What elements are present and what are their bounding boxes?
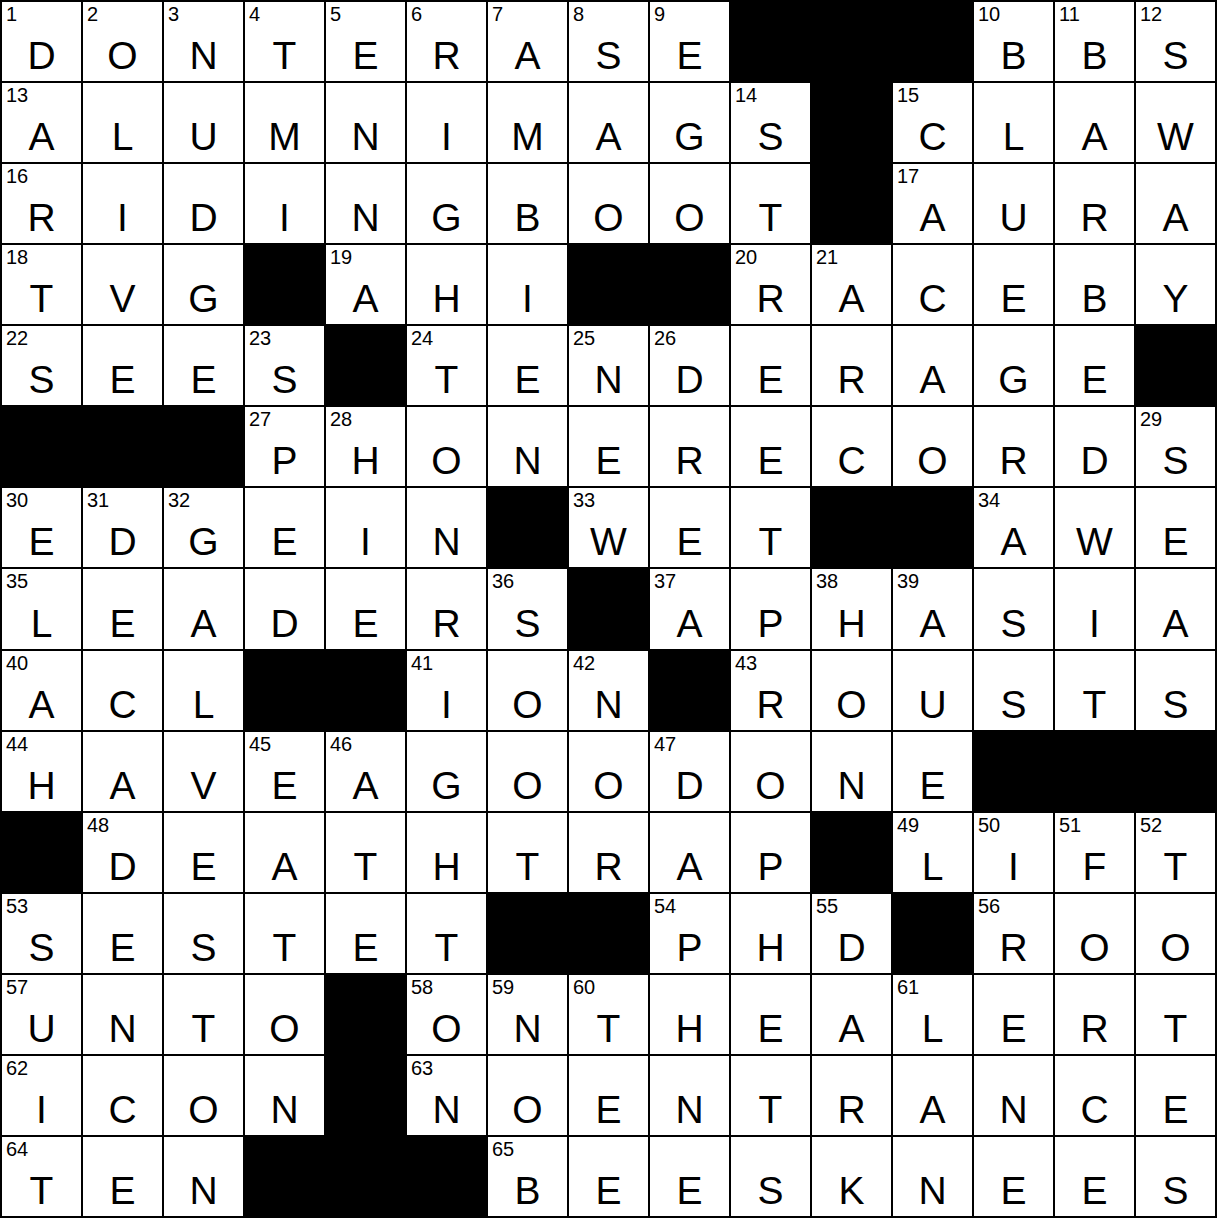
clue-number: 32 bbox=[168, 489, 190, 512]
cell-r8c3[interactable]: A bbox=[164, 569, 243, 648]
cell-r2c14[interactable]: A bbox=[1055, 83, 1134, 162]
cell-letter: A bbox=[650, 604, 729, 643]
cell-r12c15[interactable]: O bbox=[1136, 894, 1215, 973]
cell-r5c1[interactable]: 22S bbox=[2, 326, 81, 405]
cell-r8c14[interactable]: I bbox=[1055, 569, 1134, 648]
cell-letter: E bbox=[650, 522, 729, 561]
cell-r7c14[interactable]: W bbox=[1055, 488, 1134, 567]
block-r3c11 bbox=[812, 164, 891, 243]
cell-r1c1[interactable]: 1D bbox=[2, 2, 81, 81]
cell-r3c12[interactable]: 17A bbox=[893, 164, 972, 243]
cell-r15c13[interactable]: E bbox=[974, 1137, 1053, 1216]
clue-number: 19 bbox=[330, 246, 352, 269]
cell-letter: A bbox=[812, 1009, 891, 1048]
cell-r6c7[interactable]: N bbox=[488, 407, 567, 486]
cell-r13c12[interactable]: 61L bbox=[893, 975, 972, 1054]
cell-letter: N bbox=[245, 1090, 324, 1129]
cell-letter: O bbox=[407, 1009, 486, 1048]
cell-r9c13[interactable]: S bbox=[974, 651, 1053, 730]
cell-r3c13[interactable]: U bbox=[974, 164, 1053, 243]
cell-r10c9[interactable]: 47D bbox=[650, 732, 729, 811]
cell-r14c4[interactable]: N bbox=[245, 1056, 324, 1135]
cell-letter: T bbox=[2, 1171, 81, 1210]
cell-r7c3[interactable]: 32G bbox=[164, 488, 243, 567]
clue-number: 18 bbox=[6, 246, 28, 269]
clue-number: 46 bbox=[330, 733, 352, 756]
cell-r2c9[interactable]: G bbox=[650, 83, 729, 162]
cell-r7c13[interactable]: 34A bbox=[974, 488, 1053, 567]
cell-r1c15[interactable]: 12S bbox=[1136, 2, 1215, 81]
block-r8c8 bbox=[569, 569, 648, 648]
cell-r15c15[interactable]: S bbox=[1136, 1137, 1215, 1216]
cell-r2c3[interactable]: U bbox=[164, 83, 243, 162]
cell-letter: E bbox=[83, 928, 162, 967]
cell-r10c8[interactable]: O bbox=[569, 732, 648, 811]
cell-letter: S bbox=[1136, 1171, 1215, 1210]
clue-number: 25 bbox=[573, 327, 595, 350]
cell-r11c3[interactable]: E bbox=[164, 813, 243, 892]
cell-r5c6[interactable]: 24T bbox=[407, 326, 486, 405]
cell-letter: M bbox=[488, 117, 567, 156]
cell-r2c12[interactable]: 15C bbox=[893, 83, 972, 162]
cell-r15c2[interactable]: E bbox=[83, 1137, 162, 1216]
cell-r14c13[interactable]: N bbox=[974, 1056, 1053, 1135]
cell-r7c15[interactable]: E bbox=[1136, 488, 1215, 567]
cell-r9c12[interactable]: U bbox=[893, 651, 972, 730]
cell-r2c6[interactable]: I bbox=[407, 83, 486, 162]
cell-r1c2[interactable]: 2O bbox=[83, 2, 162, 81]
cell-letter: D bbox=[164, 198, 243, 237]
cell-letter: S bbox=[1136, 685, 1215, 724]
cell-letter: E bbox=[164, 847, 243, 886]
cell-r6c13[interactable]: R bbox=[974, 407, 1053, 486]
cell-r10c10[interactable]: O bbox=[731, 732, 810, 811]
cell-letter: G bbox=[164, 279, 243, 318]
cell-r7c8[interactable]: 33W bbox=[569, 488, 648, 567]
cell-r12c10[interactable]: H bbox=[731, 894, 810, 973]
cell-r13c6[interactable]: 58O bbox=[407, 975, 486, 1054]
cell-letter: W bbox=[1055, 522, 1134, 561]
cell-r14c15[interactable]: E bbox=[1136, 1056, 1215, 1135]
cell-r10c4[interactable]: 45E bbox=[245, 732, 324, 811]
cell-r11c13[interactable]: 50I bbox=[974, 813, 1053, 892]
cell-letter: R bbox=[650, 441, 729, 480]
cell-letter: H bbox=[650, 1009, 729, 1048]
cell-letter: L bbox=[974, 117, 1053, 156]
cell-r8c6[interactable]: R bbox=[407, 569, 486, 648]
cell-letter: E bbox=[893, 766, 972, 805]
cell-letter: O bbox=[83, 36, 162, 75]
cell-r12c1[interactable]: 53S bbox=[2, 894, 81, 973]
cell-r11c7[interactable]: T bbox=[488, 813, 567, 892]
cell-letter: C bbox=[83, 1090, 162, 1129]
cell-r1c14[interactable]: 11B bbox=[1055, 2, 1134, 81]
cell-letter: N bbox=[83, 1009, 162, 1048]
clue-number: 30 bbox=[6, 489, 28, 512]
cell-r9c6[interactable]: 41I bbox=[407, 651, 486, 730]
cell-letter: B bbox=[974, 36, 1053, 75]
cell-r6c10[interactable]: E bbox=[731, 407, 810, 486]
cell-r14c9[interactable]: N bbox=[650, 1056, 729, 1135]
block-r15c4 bbox=[245, 1137, 324, 1216]
cell-r5c11[interactable]: R bbox=[812, 326, 891, 405]
cell-r10c3[interactable]: V bbox=[164, 732, 243, 811]
cell-r4c6[interactable]: H bbox=[407, 245, 486, 324]
cell-letter: T bbox=[407, 360, 486, 399]
cell-r8c10[interactable]: P bbox=[731, 569, 810, 648]
cell-r10c7[interactable]: O bbox=[488, 732, 567, 811]
cell-r5c13[interactable]: G bbox=[974, 326, 1053, 405]
clue-number: 12 bbox=[1140, 3, 1162, 26]
cell-letter: O bbox=[1136, 928, 1215, 967]
cell-r2c2[interactable]: L bbox=[83, 83, 162, 162]
cell-r3c10[interactable]: T bbox=[731, 164, 810, 243]
cell-letter: T bbox=[1055, 685, 1134, 724]
cell-r3c9[interactable]: O bbox=[650, 164, 729, 243]
cell-r6c8[interactable]: E bbox=[569, 407, 648, 486]
cell-r4c13[interactable]: E bbox=[974, 245, 1053, 324]
cell-letter: T bbox=[2, 279, 81, 318]
cell-r1c7[interactable]: 7A bbox=[488, 2, 567, 81]
cell-r2c13[interactable]: L bbox=[974, 83, 1053, 162]
cell-letter: T bbox=[1136, 1009, 1215, 1048]
clue-number: 21 bbox=[816, 246, 838, 269]
cell-letter: V bbox=[83, 279, 162, 318]
cell-r4c3[interactable]: G bbox=[164, 245, 243, 324]
cell-r14c6[interactable]: 63N bbox=[407, 1056, 486, 1135]
cell-r7c1[interactable]: 30E bbox=[2, 488, 81, 567]
cell-r1c4[interactable]: 4T bbox=[245, 2, 324, 81]
cell-r13c8[interactable]: 60T bbox=[569, 975, 648, 1054]
clue-number: 37 bbox=[654, 570, 676, 593]
cell-r2c1[interactable]: 13A bbox=[2, 83, 81, 162]
cell-letter: E bbox=[731, 441, 810, 480]
cell-r2c15[interactable]: W bbox=[1136, 83, 1215, 162]
block-r7c11 bbox=[812, 488, 891, 567]
cell-r13c13[interactable]: E bbox=[974, 975, 1053, 1054]
cell-r11c8[interactable]: R bbox=[569, 813, 648, 892]
cell-letter: A bbox=[893, 198, 972, 237]
cell-r8c1[interactable]: 35L bbox=[2, 569, 81, 648]
cell-r15c11[interactable]: K bbox=[812, 1137, 891, 1216]
cell-letter: N bbox=[974, 1090, 1053, 1129]
cell-r1c6[interactable]: 6R bbox=[407, 2, 486, 81]
clue-number: 47 bbox=[654, 733, 676, 756]
cell-r7c9[interactable]: E bbox=[650, 488, 729, 567]
cell-r6c6[interactable]: O bbox=[407, 407, 486, 486]
cell-r9c1[interactable]: 40A bbox=[2, 651, 81, 730]
cell-letter: S bbox=[164, 928, 243, 967]
cell-r6c5[interactable]: 28H bbox=[326, 407, 405, 486]
cell-letter: E bbox=[326, 36, 405, 75]
cell-r10c6[interactable]: G bbox=[407, 732, 486, 811]
cell-letter: E bbox=[245, 522, 324, 561]
cell-r14c12[interactable]: A bbox=[893, 1056, 972, 1135]
cell-r3c1[interactable]: 16R bbox=[2, 164, 81, 243]
cell-letter: R bbox=[2, 198, 81, 237]
cell-r4c10[interactable]: 20R bbox=[731, 245, 810, 324]
cell-letter: B bbox=[488, 198, 567, 237]
cell-r9c7[interactable]: O bbox=[488, 651, 567, 730]
clue-number: 2 bbox=[87, 3, 98, 26]
clue-number: 14 bbox=[735, 84, 757, 107]
cell-r5c14[interactable]: E bbox=[1055, 326, 1134, 405]
cell-r9c14[interactable]: T bbox=[1055, 651, 1134, 730]
cell-r13c2[interactable]: N bbox=[83, 975, 162, 1054]
cell-letter: U bbox=[893, 685, 972, 724]
clue-number: 15 bbox=[897, 84, 919, 107]
cell-r8c15[interactable]: A bbox=[1136, 569, 1215, 648]
cell-r5c7[interactable]: E bbox=[488, 326, 567, 405]
cell-r5c3[interactable]: E bbox=[164, 326, 243, 405]
cell-letter: T bbox=[731, 198, 810, 237]
cell-r14c11[interactable]: R bbox=[812, 1056, 891, 1135]
cell-r6c4[interactable]: 27P bbox=[245, 407, 324, 486]
cell-r11c2[interactable]: 48D bbox=[83, 813, 162, 892]
cell-r3c5[interactable]: N bbox=[326, 164, 405, 243]
cell-r15c10[interactable]: S bbox=[731, 1137, 810, 1216]
cell-r12c6[interactable]: T bbox=[407, 894, 486, 973]
clue-number: 51 bbox=[1059, 814, 1081, 837]
clue-number: 29 bbox=[1140, 408, 1162, 431]
cell-r15c8[interactable]: E bbox=[569, 1137, 648, 1216]
cell-r2c5[interactable]: N bbox=[326, 83, 405, 162]
cell-r4c15[interactable]: Y bbox=[1136, 245, 1215, 324]
cell-letter: S bbox=[2, 360, 81, 399]
cell-r6c15[interactable]: 29S bbox=[1136, 407, 1215, 486]
cell-letter: G bbox=[407, 198, 486, 237]
cell-r14c8[interactable]: E bbox=[569, 1056, 648, 1135]
cell-r12c2[interactable]: E bbox=[83, 894, 162, 973]
block-r6c1 bbox=[2, 407, 81, 486]
block-r6c3 bbox=[164, 407, 243, 486]
cell-r12c13[interactable]: 56R bbox=[974, 894, 1053, 973]
cell-r3c15[interactable]: A bbox=[1136, 164, 1215, 243]
cell-r2c10[interactable]: 14S bbox=[731, 83, 810, 162]
cell-r12c11[interactable]: 55D bbox=[812, 894, 891, 973]
cell-r1c13[interactable]: 10B bbox=[974, 2, 1053, 81]
cell-r8c7[interactable]: 36S bbox=[488, 569, 567, 648]
cell-letter: S bbox=[731, 1171, 810, 1210]
cell-r11c5[interactable]: T bbox=[326, 813, 405, 892]
cell-r11c9[interactable]: A bbox=[650, 813, 729, 892]
cell-r3c8[interactable]: O bbox=[569, 164, 648, 243]
cell-r8c4[interactable]: D bbox=[245, 569, 324, 648]
cell-r12c9[interactable]: 54P bbox=[650, 894, 729, 973]
cell-r10c12[interactable]: E bbox=[893, 732, 972, 811]
cell-r13c11[interactable]: A bbox=[812, 975, 891, 1054]
cell-r6c14[interactable]: D bbox=[1055, 407, 1134, 486]
cell-r10c1[interactable]: 44H bbox=[2, 732, 81, 811]
cell-r14c2[interactable]: C bbox=[83, 1056, 162, 1135]
cell-r15c14[interactable]: E bbox=[1055, 1137, 1134, 1216]
clue-number: 60 bbox=[573, 976, 595, 999]
cell-r5c8[interactable]: 25N bbox=[569, 326, 648, 405]
cell-r8c5[interactable]: E bbox=[326, 569, 405, 648]
cell-r11c14[interactable]: 51F bbox=[1055, 813, 1134, 892]
cell-r4c2[interactable]: V bbox=[83, 245, 162, 324]
cell-letter: T bbox=[245, 36, 324, 75]
clue-number: 31 bbox=[87, 489, 109, 512]
cell-r13c7[interactable]: 59N bbox=[488, 975, 567, 1054]
cell-r3c6[interactable]: G bbox=[407, 164, 486, 243]
cell-r15c9[interactable]: E bbox=[650, 1137, 729, 1216]
cell-letter: S bbox=[488, 604, 567, 643]
cell-r13c3[interactable]: T bbox=[164, 975, 243, 1054]
cell-letter: I bbox=[407, 685, 486, 724]
cell-r15c12[interactable]: N bbox=[893, 1137, 972, 1216]
cell-r5c9[interactable]: 26D bbox=[650, 326, 729, 405]
cell-r14c1[interactable]: 62I bbox=[2, 1056, 81, 1135]
cell-r9c2[interactable]: C bbox=[83, 651, 162, 730]
cell-r9c8[interactable]: 42N bbox=[569, 651, 648, 730]
cell-r11c6[interactable]: H bbox=[407, 813, 486, 892]
cell-letter: A bbox=[812, 279, 891, 318]
cell-r10c2[interactable]: A bbox=[83, 732, 162, 811]
cell-letter: N bbox=[488, 441, 567, 480]
cell-r3c3[interactable]: D bbox=[164, 164, 243, 243]
clue-number: 59 bbox=[492, 976, 514, 999]
cell-letter: D bbox=[1055, 441, 1134, 480]
cell-r5c12[interactable]: A bbox=[893, 326, 972, 405]
cell-letter: D bbox=[245, 604, 324, 643]
cell-r3c14[interactable]: R bbox=[1055, 164, 1134, 243]
cell-r4c11[interactable]: 21A bbox=[812, 245, 891, 324]
cell-letter: O bbox=[569, 766, 648, 805]
cell-r11c4[interactable]: A bbox=[245, 813, 324, 892]
cell-r15c1[interactable]: 64T bbox=[2, 1137, 81, 1216]
cell-letter: N bbox=[407, 1090, 486, 1129]
cell-letter: D bbox=[650, 766, 729, 805]
cell-r13c14[interactable]: R bbox=[1055, 975, 1134, 1054]
cell-r5c10[interactable]: E bbox=[731, 326, 810, 405]
clue-number: 64 bbox=[6, 1138, 28, 1161]
cell-r8c11[interactable]: 38H bbox=[812, 569, 891, 648]
cell-r7c6[interactable]: N bbox=[407, 488, 486, 567]
cell-r10c5[interactable]: 46A bbox=[326, 732, 405, 811]
cell-r1c8[interactable]: 8S bbox=[569, 2, 648, 81]
clue-number: 35 bbox=[6, 570, 28, 593]
cell-r2c8[interactable]: A bbox=[569, 83, 648, 162]
cell-letter: E bbox=[83, 360, 162, 399]
block-r5c15 bbox=[1136, 326, 1215, 405]
cell-r5c4[interactable]: 23S bbox=[245, 326, 324, 405]
cell-letter: S bbox=[974, 685, 1053, 724]
cell-letter: W bbox=[569, 522, 648, 561]
cell-r4c12[interactable]: C bbox=[893, 245, 972, 324]
cell-r8c12[interactable]: 39A bbox=[893, 569, 972, 648]
cell-r4c7[interactable]: I bbox=[488, 245, 567, 324]
cell-r10c11[interactable]: N bbox=[812, 732, 891, 811]
cell-letter: E bbox=[650, 36, 729, 75]
cell-letter: H bbox=[731, 928, 810, 967]
cell-r3c7[interactable]: B bbox=[488, 164, 567, 243]
cell-r4c1[interactable]: 18T bbox=[2, 245, 81, 324]
cell-r11c12[interactable]: 49L bbox=[893, 813, 972, 892]
cell-r6c9[interactable]: R bbox=[650, 407, 729, 486]
cell-r3c2[interactable]: I bbox=[83, 164, 162, 243]
cell-r14c10[interactable]: T bbox=[731, 1056, 810, 1135]
cell-letter: B bbox=[1055, 36, 1134, 75]
cell-r12c4[interactable]: T bbox=[245, 894, 324, 973]
cell-r4c14[interactable]: B bbox=[1055, 245, 1134, 324]
clue-number: 3 bbox=[168, 3, 179, 26]
cell-r8c9[interactable]: 37A bbox=[650, 569, 729, 648]
cell-r9c15[interactable]: S bbox=[1136, 651, 1215, 730]
cell-letter: S bbox=[245, 360, 324, 399]
cell-letter: I bbox=[488, 279, 567, 318]
clue-number: 23 bbox=[249, 327, 271, 350]
cell-r13c15[interactable]: T bbox=[1136, 975, 1215, 1054]
clue-number: 61 bbox=[897, 976, 919, 999]
cell-r3c4[interactable]: I bbox=[245, 164, 324, 243]
cell-r7c5[interactable]: I bbox=[326, 488, 405, 567]
cell-letter: B bbox=[488, 1171, 567, 1210]
cell-letter: G bbox=[650, 117, 729, 156]
cell-letter: N bbox=[569, 360, 648, 399]
cell-r7c10[interactable]: T bbox=[731, 488, 810, 567]
cell-letter: U bbox=[974, 198, 1053, 237]
clue-number: 50 bbox=[978, 814, 1000, 837]
cell-r12c14[interactable]: O bbox=[1055, 894, 1134, 973]
cell-r9c10[interactable]: 43R bbox=[731, 651, 810, 730]
cell-r8c13[interactable]: S bbox=[974, 569, 1053, 648]
cell-letter: T bbox=[407, 928, 486, 967]
cell-r6c11[interactable]: C bbox=[812, 407, 891, 486]
cell-letter: E bbox=[1055, 360, 1134, 399]
cell-r12c5[interactable]: E bbox=[326, 894, 405, 973]
cell-r8c2[interactable]: E bbox=[83, 569, 162, 648]
cell-letter: T bbox=[731, 522, 810, 561]
clue-number: 9 bbox=[654, 3, 665, 26]
cell-letter: F bbox=[1055, 847, 1134, 886]
cell-letter: V bbox=[164, 766, 243, 805]
cell-r14c7[interactable]: O bbox=[488, 1056, 567, 1135]
cell-r6c12[interactable]: O bbox=[893, 407, 972, 486]
cell-r13c9[interactable]: H bbox=[650, 975, 729, 1054]
block-r12c7 bbox=[488, 894, 567, 973]
cell-r1c3[interactable]: 3N bbox=[164, 2, 243, 81]
cell-r13c1[interactable]: 57U bbox=[2, 975, 81, 1054]
cell-r9c3[interactable]: L bbox=[164, 651, 243, 730]
cell-letter: A bbox=[83, 766, 162, 805]
clue-number: 41 bbox=[411, 652, 433, 675]
cell-r15c3[interactable]: N bbox=[164, 1137, 243, 1216]
cell-r7c4[interactable]: E bbox=[245, 488, 324, 567]
cell-r13c10[interactable]: E bbox=[731, 975, 810, 1054]
cell-r9c11[interactable]: O bbox=[812, 651, 891, 730]
cell-r4c5[interactable]: 19A bbox=[326, 245, 405, 324]
cell-r11c10[interactable]: P bbox=[731, 813, 810, 892]
cell-r14c3[interactable]: O bbox=[164, 1056, 243, 1135]
cell-r2c7[interactable]: M bbox=[488, 83, 567, 162]
cell-r1c9[interactable]: 9E bbox=[650, 2, 729, 81]
cell-r11c15[interactable]: 52T bbox=[1136, 813, 1215, 892]
cell-r14c14[interactable]: C bbox=[1055, 1056, 1134, 1135]
cell-r7c2[interactable]: 31D bbox=[83, 488, 162, 567]
cell-r12c3[interactable]: S bbox=[164, 894, 243, 973]
cell-r13c4[interactable]: O bbox=[245, 975, 324, 1054]
clue-number: 57 bbox=[6, 976, 28, 999]
cell-r1c5[interactable]: 5E bbox=[326, 2, 405, 81]
cell-letter: H bbox=[407, 279, 486, 318]
cell-r5c2[interactable]: E bbox=[83, 326, 162, 405]
cell-letter: E bbox=[2, 522, 81, 561]
cell-r2c4[interactable]: M bbox=[245, 83, 324, 162]
clue-number: 58 bbox=[411, 976, 433, 999]
clue-number: 20 bbox=[735, 246, 757, 269]
cell-r15c7[interactable]: 65B bbox=[488, 1137, 567, 1216]
